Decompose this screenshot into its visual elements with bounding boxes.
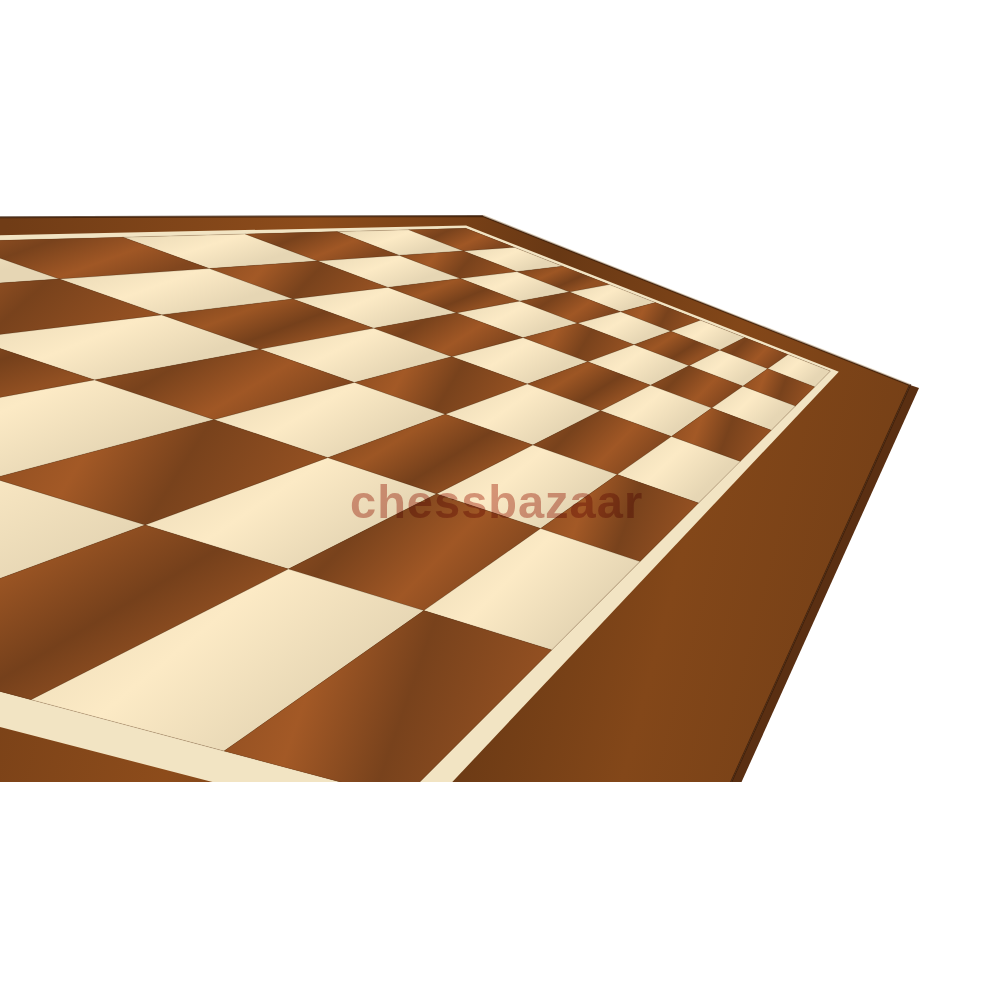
product-photo-canvas: chessbazaar	[0, 0, 1000, 1000]
chessboard	[0, 0, 1000, 782]
chessboard-photo: chessbazaar	[0, 0, 1000, 782]
